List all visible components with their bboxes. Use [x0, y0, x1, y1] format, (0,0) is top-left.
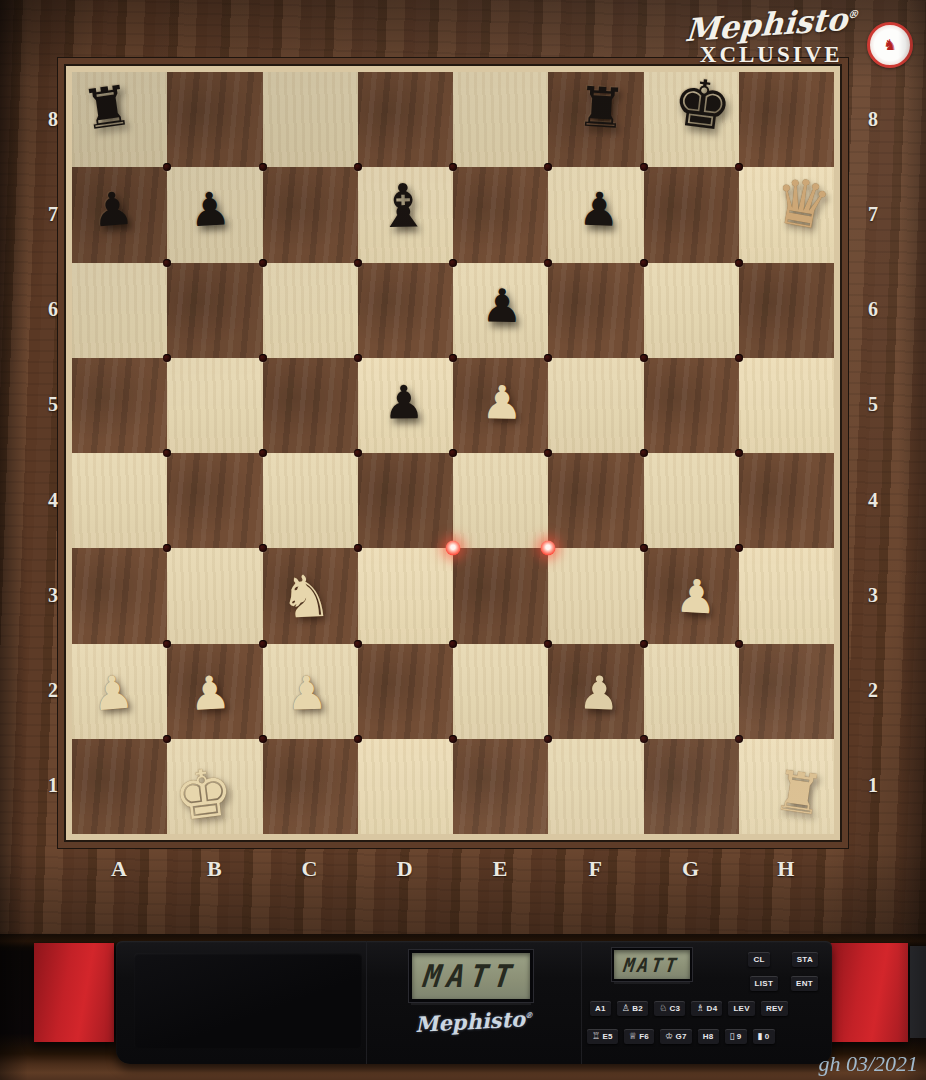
control-unit: MATT Mephisto® MATT CLSTA LISTENT A1♙B2♘… — [116, 941, 832, 1064]
square-f7[interactable]: ♟ — [548, 167, 643, 262]
key-d4[interactable]: ♗D4 — [691, 1001, 722, 1016]
square-e4[interactable] — [453, 453, 548, 548]
square-g6[interactable] — [644, 263, 739, 358]
piece-white-rook-h1[interactable]: ♜ — [771, 763, 827, 824]
square-g5[interactable] — [644, 358, 739, 453]
key-list[interactable]: LIST — [750, 976, 779, 991]
square-e5[interactable]: ♟ — [453, 358, 548, 453]
square-e2[interactable] — [453, 644, 548, 739]
piece-white-pawn-g3[interactable]: ♟ — [674, 572, 718, 620]
square-c3[interactable]: ♞ — [263, 548, 358, 643]
key-piece-icon: ♗ — [696, 1004, 704, 1013]
square-b6[interactable] — [167, 263, 262, 358]
display-module: MATT Mephisto® — [366, 941, 582, 1064]
piece-black-pawn-d5[interactable]: ♟ — [383, 380, 425, 426]
key-label: STA — [797, 955, 813, 964]
key-piece-icon: ♖ — [592, 1032, 600, 1041]
piece-black-king-g8[interactable]: ♚ — [669, 69, 736, 142]
square-d1[interactable] — [358, 739, 453, 834]
key-ent[interactable]: ENT — [791, 976, 818, 991]
key-label: 0 — [765, 1032, 770, 1041]
square-h2[interactable] — [739, 644, 834, 739]
square-c6[interactable] — [263, 263, 358, 358]
key-piece-icon: ♘ — [659, 1004, 667, 1013]
main-lcd-display: MATT — [409, 950, 533, 1002]
square-a7[interactable]: ♟ — [72, 167, 167, 262]
key-label: CL — [753, 955, 764, 964]
square-h5[interactable] — [739, 358, 834, 453]
square-d3[interactable] — [358, 548, 453, 643]
square-h7[interactable]: ♛ — [739, 167, 834, 262]
console-mephisto-logo: Mephisto® — [366, 1003, 581, 1039]
key-lev[interactable]: LEV — [728, 1001, 754, 1016]
badge-emblem-icon: ♞ — [883, 36, 896, 54]
square-b3[interactable] — [167, 548, 262, 643]
square-f2[interactable]: ♟ — [548, 644, 643, 739]
brand-name: Mephisto® — [683, 0, 859, 48]
key-row-4: ♖E5♕F6♔G7H8▯9▮0 — [587, 1029, 775, 1044]
square-d4[interactable] — [358, 453, 453, 548]
square-c7[interactable] — [263, 167, 358, 262]
key-row-1: CLSTA — [748, 952, 818, 967]
piece-black-pawn-f7[interactable]: ♟ — [578, 185, 621, 232]
square-c8[interactable] — [263, 72, 358, 167]
key-label: REV — [766, 1004, 783, 1013]
square-a2[interactable]: ♟ — [72, 644, 167, 739]
key-label: 9 — [737, 1032, 742, 1041]
square-a1[interactable] — [72, 739, 167, 834]
key-e5[interactable]: ♖E5 — [587, 1029, 618, 1044]
square-a4[interactable] — [72, 453, 167, 548]
square-a6[interactable] — [72, 263, 167, 358]
key-b2[interactable]: ♙B2 — [617, 1001, 648, 1016]
square-h3[interactable] — [739, 548, 834, 643]
key-label: LEV — [733, 1004, 749, 1013]
red-side-panel-left — [34, 943, 114, 1042]
square-e7[interactable] — [453, 167, 548, 262]
piece-black-pawn-b7[interactable]: ♟ — [188, 185, 232, 233]
square-h6[interactable] — [739, 263, 834, 358]
square-d2[interactable] — [358, 644, 453, 739]
piece-black-rook-f8[interactable]: ♜ — [575, 79, 628, 137]
piece-white-pawn-c2[interactable]: ♟ — [286, 669, 329, 716]
square-f5[interactable] — [548, 358, 643, 453]
square-h8[interactable] — [739, 72, 834, 167]
square-d8[interactable] — [358, 72, 453, 167]
square-b4[interactable] — [167, 453, 262, 548]
square-c1[interactable] — [263, 739, 358, 834]
key-rev[interactable]: REV — [761, 1001, 788, 1016]
square-c4[interactable] — [263, 453, 358, 548]
key-piece-icon: ♙ — [622, 1004, 630, 1013]
square-b8[interactable] — [167, 72, 262, 167]
key-cl[interactable]: CL — [748, 952, 769, 967]
square-f6[interactable] — [548, 263, 643, 358]
key-9[interactable]: ▯9 — [725, 1029, 747, 1044]
piece-black-pawn-e6[interactable]: ♟ — [481, 283, 523, 329]
square-c5[interactable] — [263, 358, 358, 453]
square-g4[interactable] — [644, 453, 739, 548]
key-piece-icon: ▯ — [730, 1032, 735, 1041]
square-g2[interactable] — [644, 644, 739, 739]
square-b5[interactable] — [167, 358, 262, 453]
piece-white-pawn-a2[interactable]: ♟ — [90, 669, 135, 718]
key-piece-icon: ♔ — [665, 1032, 673, 1041]
key-label: C3 — [669, 1004, 680, 1013]
key-label: LIST — [755, 979, 774, 988]
key-piece-icon: ♕ — [629, 1032, 637, 1041]
key-sta[interactable]: STA — [792, 952, 818, 967]
square-e8[interactable] — [453, 72, 548, 167]
piece-black-rook-a8[interactable]: ♜ — [79, 77, 135, 138]
key-label: G7 — [675, 1032, 686, 1041]
square-b1[interactable]: ♚ — [167, 739, 262, 834]
key-row-2: LISTENT — [750, 976, 818, 991]
square-b2[interactable]: ♟ — [167, 644, 262, 739]
square-c2[interactable]: ♟ — [263, 644, 358, 739]
square-a3[interactable] — [72, 548, 167, 643]
piece-black-bishop-d7[interactable]: ♝ — [376, 175, 431, 236]
square-h1[interactable]: ♜ — [739, 739, 834, 834]
key-h8[interactable]: H8 — [698, 1029, 719, 1044]
key-label: A1 — [595, 1004, 606, 1013]
key-a1[interactable]: A1 — [590, 1001, 611, 1016]
square-g8[interactable]: ♚ — [644, 72, 739, 167]
key-c3[interactable]: ♘C3 — [654, 1001, 685, 1016]
square-a5[interactable] — [72, 358, 167, 453]
photo-watermark: gh 03/2021 — [818, 1051, 918, 1077]
piece-white-pawn-f2[interactable]: ♟ — [578, 669, 621, 716]
key-f6[interactable]: ♕F6 — [624, 1029, 654, 1044]
piece-white-knight-c3[interactable]: ♞ — [279, 567, 334, 627]
square-h4[interactable] — [739, 453, 834, 548]
square-d6[interactable] — [358, 263, 453, 358]
keypad-module: MATT CLSTA LISTENT A1♙B2♘C3♗D4LEVREV ♖E5… — [582, 941, 832, 1064]
piece-white-king-b1[interactable]: ♚ — [170, 759, 237, 832]
square-d5[interactable]: ♟ — [358, 358, 453, 453]
brand-badge: ♞ — [867, 22, 913, 68]
squares-grid: ♜♜♚♟♟♝♟♛♟♟♟♞♟♟♟♟♟♚♜ — [72, 72, 834, 834]
square-e1[interactable] — [453, 739, 548, 834]
piece-white-pawn-e5[interactable]: ♟ — [481, 380, 523, 426]
key-label: F6 — [639, 1032, 649, 1041]
key-g7[interactable]: ♔G7 — [660, 1029, 692, 1044]
key-label: D4 — [707, 1004, 718, 1013]
square-f4[interactable] — [548, 453, 643, 548]
square-e3[interactable] — [453, 548, 548, 643]
square-f8[interactable]: ♜ — [548, 72, 643, 167]
square-f3[interactable] — [548, 548, 643, 643]
square-g1[interactable] — [644, 739, 739, 834]
square-g3[interactable]: ♟ — [644, 548, 739, 643]
square-e6[interactable]: ♟ — [453, 263, 548, 358]
piece-white-queen-h7[interactable]: ♛ — [769, 167, 837, 240]
square-f1[interactable] — [548, 739, 643, 834]
registered-mark: ® — [847, 8, 859, 22]
red-side-panel-right — [828, 943, 908, 1042]
aux-lcd-display: MATT — [612, 948, 692, 981]
chess-board: ♜♜♚♟♟♝♟♛♟♟♟♞♟♟♟♟♟♚♜ — [72, 72, 834, 834]
key-piece-icon: ▮ — [758, 1032, 763, 1041]
blank-module — [134, 953, 362, 1048]
key-label: B2 — [632, 1004, 643, 1013]
brand-logo: Mephisto® XCLUSIVE — [685, 6, 858, 68]
mephisto-exclusive-chess-computer: Mephisto® XCLUSIVE ♞ ♜♜♚♟♟♝♟♛♟♟♟♞♟♟♟♟♟♚♜… — [0, 0, 926, 1080]
control-console: MATT Mephisto® MATT CLSTA LISTENT A1♙B2♘… — [0, 934, 926, 1080]
square-d7[interactable]: ♝ — [358, 167, 453, 262]
square-a8[interactable]: ♜ — [72, 72, 167, 167]
square-b7[interactable]: ♟ — [167, 167, 262, 262]
key-0[interactable]: ▮0 — [753, 1029, 775, 1044]
piece-white-pawn-b2[interactable]: ♟ — [188, 669, 232, 717]
square-g7[interactable] — [644, 167, 739, 262]
key-label: E5 — [602, 1032, 612, 1041]
key-label: ENT — [796, 979, 813, 988]
key-row-3: A1♙B2♘C3♗D4LEVREV — [590, 1001, 788, 1016]
piece-black-pawn-a7[interactable]: ♟ — [90, 185, 135, 234]
key-label: H8 — [703, 1032, 714, 1041]
background-object — [910, 946, 926, 1038]
